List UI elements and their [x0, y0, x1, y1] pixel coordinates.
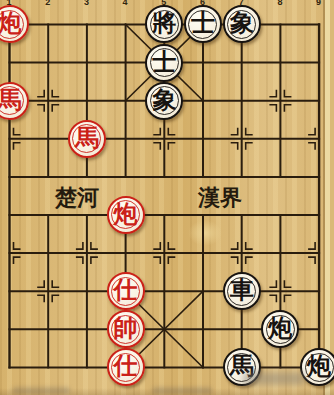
intersection-f5r3: 象 [145, 82, 184, 120]
piece-glyph: 馬 [75, 126, 99, 150]
piece-red-horse[interactable]: 馬 [0, 82, 29, 120]
piece-black-chariot[interactable]: 車 [223, 272, 261, 310]
piece-black-cannon[interactable]: 炮 [261, 310, 299, 348]
piece-red-advisor[interactable]: 仕 [107, 272, 145, 310]
piece-black-elephant[interactable]: 象 [145, 82, 183, 120]
intersection-f7r8: 車 [222, 272, 261, 310]
piece-red-cannon[interactable]: 炮 [0, 5, 29, 43]
piece-black-elephant[interactable]: 象 [223, 5, 261, 43]
intersection-f6r1: 士 [184, 5, 223, 43]
intersection-f5r1: 將 [145, 5, 184, 43]
piece-glyph: 士 [152, 50, 176, 74]
intersection-f1r1: 炮 [0, 5, 29, 43]
piece-glyph: 炮 [268, 316, 292, 340]
piece-glyph: 象 [230, 11, 254, 35]
intersection-f4r9: 帥 [106, 310, 145, 348]
piece-glyph: 炮 [307, 354, 331, 378]
watermark-smudge [243, 372, 305, 385]
watermark-smudge [12, 387, 70, 394]
piece-glyph: 炮 [114, 202, 138, 226]
xiangqi-board: 123456789 楚河 漢界 炮馬馬炮仕帥仕將士象士象車炮馬炮 [0, 0, 334, 395]
piece-glyph: 炮 [0, 11, 22, 35]
intersection-f4r6: 炮 [106, 196, 145, 234]
piece-red-horse[interactable]: 馬 [68, 120, 106, 158]
piece-black-general[interactable]: 將 [145, 5, 183, 43]
piece-glyph: 士 [191, 11, 215, 35]
intersection-f5r2: 士 [145, 44, 184, 82]
piece-glyph: 馬 [0, 88, 22, 112]
piece-black-cannon[interactable]: 炮 [300, 348, 334, 386]
intersection-f1r3: 馬 [0, 82, 29, 120]
piece-glyph: 將 [152, 11, 176, 35]
intersection-f8r9: 炮 [261, 310, 300, 348]
intersection-f3r4: 馬 [68, 120, 107, 158]
piece-glyph: 帥 [114, 316, 138, 340]
piece-glyph: 仕 [114, 354, 138, 378]
intersection-f7r1: 象 [222, 5, 261, 43]
watermark-smudge [152, 387, 212, 394]
piece-red-advisor[interactable]: 仕 [107, 348, 145, 386]
piece-black-advisor[interactable]: 士 [145, 44, 183, 82]
intersection-f4r10: 仕 [106, 348, 145, 386]
piece-red-general[interactable]: 帥 [107, 310, 145, 348]
piece-layer: 炮馬馬炮仕帥仕將士象士象車炮馬炮 [0, 5, 334, 386]
intersection-f4r8: 仕 [106, 272, 145, 310]
piece-red-cannon[interactable]: 炮 [107, 196, 145, 234]
piece-black-advisor[interactable]: 士 [184, 5, 222, 43]
piece-glyph: 仕 [114, 278, 138, 302]
piece-glyph: 象 [152, 88, 176, 112]
piece-glyph: 車 [230, 278, 254, 302]
